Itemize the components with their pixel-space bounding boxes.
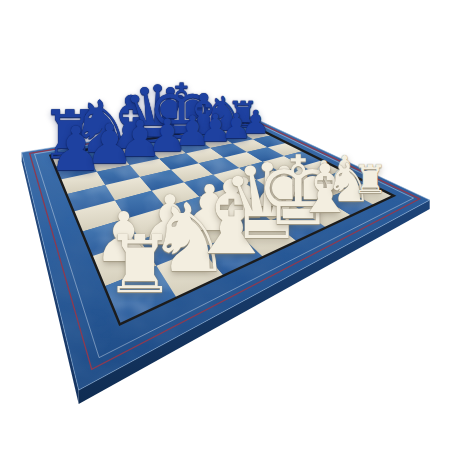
chess-set-product-photo: ♜♞♝♛♚♝♞♜♟♟♟♟♟♟♟♟♟♟♟♟♟♟♟♟♜♞♝♛♚♝♞♜ <box>0 0 460 460</box>
chess-board <box>0 0 460 460</box>
